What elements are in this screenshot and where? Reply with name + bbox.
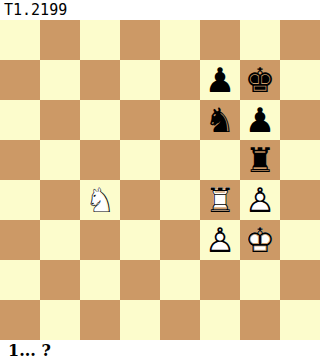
- square-b3[interactable]: [40, 220, 80, 260]
- square-f2[interactable]: [200, 260, 240, 300]
- white-rook[interactable]: ♜♖: [200, 180, 240, 220]
- square-h8[interactable]: [280, 20, 320, 60]
- square-e8[interactable]: [160, 20, 200, 60]
- square-d8[interactable]: [120, 20, 160, 60]
- square-b4[interactable]: [40, 180, 80, 220]
- square-d3[interactable]: [120, 220, 160, 260]
- square-g2[interactable]: [240, 260, 280, 300]
- square-a2[interactable]: [0, 260, 40, 300]
- square-a5[interactable]: [0, 140, 40, 180]
- square-g7[interactable]: ♚: [240, 60, 280, 100]
- square-d4[interactable]: [120, 180, 160, 220]
- square-g1[interactable]: [240, 300, 280, 340]
- square-e5[interactable]: [160, 140, 200, 180]
- square-h4[interactable]: [280, 180, 320, 220]
- square-g6[interactable]: ♟: [240, 100, 280, 140]
- square-d6[interactable]: [120, 100, 160, 140]
- square-c7[interactable]: [80, 60, 120, 100]
- square-f5[interactable]: [200, 140, 240, 180]
- square-b6[interactable]: [40, 100, 80, 140]
- square-c4[interactable]: ♞♘: [80, 180, 120, 220]
- square-h2[interactable]: [280, 260, 320, 300]
- square-a4[interactable]: [0, 180, 40, 220]
- square-h1[interactable]: [280, 300, 320, 340]
- square-a1[interactable]: [0, 300, 40, 340]
- square-b1[interactable]: [40, 300, 80, 340]
- chess-board: ♟♚♞♟♜♞♘♜♖♟♙♟♙♚♔: [0, 20, 320, 340]
- square-f1[interactable]: [200, 300, 240, 340]
- square-b7[interactable]: [40, 60, 80, 100]
- square-a8[interactable]: [0, 20, 40, 60]
- square-d5[interactable]: [120, 140, 160, 180]
- black-knight[interactable]: ♞: [200, 100, 240, 140]
- square-f7[interactable]: ♟: [200, 60, 240, 100]
- square-c1[interactable]: [80, 300, 120, 340]
- square-g3[interactable]: ♚♔: [240, 220, 280, 260]
- black-pawn[interactable]: ♟: [240, 100, 280, 140]
- square-d1[interactable]: [120, 300, 160, 340]
- square-c2[interactable]: [80, 260, 120, 300]
- square-h7[interactable]: [280, 60, 320, 100]
- black-pawn[interactable]: ♟: [200, 60, 240, 100]
- puzzle-id: T1.2199: [4, 1, 67, 19]
- white-knight[interactable]: ♞♘: [80, 180, 120, 220]
- square-c8[interactable]: [80, 20, 120, 60]
- square-e6[interactable]: [160, 100, 200, 140]
- square-c3[interactable]: [80, 220, 120, 260]
- square-b2[interactable]: [40, 260, 80, 300]
- status-bar: 1... ?: [0, 340, 320, 360]
- square-a7[interactable]: [0, 60, 40, 100]
- square-e2[interactable]: [160, 260, 200, 300]
- square-a3[interactable]: [0, 220, 40, 260]
- square-e3[interactable]: [160, 220, 200, 260]
- move-prompt: 1... ?: [8, 341, 51, 360]
- square-d7[interactable]: [120, 60, 160, 100]
- square-e1[interactable]: [160, 300, 200, 340]
- black-rook[interactable]: ♜: [240, 140, 280, 180]
- square-h6[interactable]: [280, 100, 320, 140]
- square-g4[interactable]: ♟♙: [240, 180, 280, 220]
- square-e4[interactable]: [160, 180, 200, 220]
- white-pawn[interactable]: ♟♙: [200, 220, 240, 260]
- white-king[interactable]: ♚♔: [240, 220, 280, 260]
- square-a6[interactable]: [0, 100, 40, 140]
- white-pawn[interactable]: ♟♙: [240, 180, 280, 220]
- square-b8[interactable]: [40, 20, 80, 60]
- square-e7[interactable]: [160, 60, 200, 100]
- square-h5[interactable]: [280, 140, 320, 180]
- square-c5[interactable]: [80, 140, 120, 180]
- square-c6[interactable]: [80, 100, 120, 140]
- title-bar: T1.2199: [0, 0, 320, 20]
- black-king[interactable]: ♚: [240, 60, 280, 100]
- square-f4[interactable]: ♜♖: [200, 180, 240, 220]
- square-d2[interactable]: [120, 260, 160, 300]
- square-h3[interactable]: [280, 220, 320, 260]
- square-f8[interactable]: [200, 20, 240, 60]
- square-f6[interactable]: ♞: [200, 100, 240, 140]
- square-b5[interactable]: [40, 140, 80, 180]
- square-f3[interactable]: ♟♙: [200, 220, 240, 260]
- square-g5[interactable]: ♜: [240, 140, 280, 180]
- square-g8[interactable]: [240, 20, 280, 60]
